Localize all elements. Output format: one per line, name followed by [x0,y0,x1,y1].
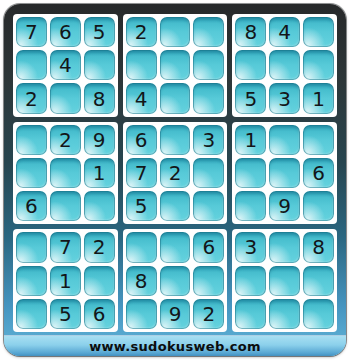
cell-r7c4[interactable] [126,232,157,262]
cell-r3c8: 3 [269,83,300,113]
cell-r2c7[interactable] [235,50,266,80]
cell-r2c1[interactable] [16,50,47,80]
cell-r6c2[interactable] [50,191,81,221]
cell-r1c1: 7 [16,17,47,47]
cell-r5c9: 6 [303,158,334,188]
cell-r1c8: 4 [269,17,300,47]
cell-r7c2: 7 [50,232,81,262]
cell-r7c7: 3 [235,232,266,262]
cell-r8c5[interactable] [160,266,191,296]
box-r2c1: 2916 [13,122,118,225]
cell-r5c8[interactable] [269,158,300,188]
box-r1c3: 84531 [232,14,337,117]
cell-r4c6: 3 [193,125,224,155]
cell-r3c5[interactable] [160,83,191,113]
cell-r5c4: 7 [126,158,157,188]
cell-r4c1[interactable] [16,125,47,155]
box-r1c2: 24 [123,14,228,117]
cell-r5c6[interactable] [193,158,224,188]
cell-r1c7: 8 [235,17,266,47]
cell-r2c8[interactable] [269,50,300,80]
cell-r3c6[interactable] [193,83,224,113]
footer-band: www.sudokusweb.com [4,335,346,356]
cell-r8c7[interactable] [235,266,266,296]
cell-r1c6[interactable] [193,17,224,47]
cell-r6c6[interactable] [193,191,224,221]
cell-r7c9: 8 [303,232,334,262]
cell-r4c8[interactable] [269,125,300,155]
cell-r4c7: 1 [235,125,266,155]
cell-r1c2: 6 [50,17,81,47]
cell-r8c4: 8 [126,266,157,296]
cell-r1c5[interactable] [160,17,191,47]
box-r3c1: 72156 [13,229,118,332]
cell-r6c4: 5 [126,191,157,221]
cell-r2c5[interactable] [160,50,191,80]
cell-r3c1: 2 [16,83,47,113]
cell-r6c5[interactable] [160,191,191,221]
cell-r2c2: 4 [50,50,81,80]
cell-r3c9: 1 [303,83,334,113]
cell-r9c4[interactable] [126,299,157,329]
site-url: www.sudokusweb.com [89,339,261,354]
box-r3c3: 38 [232,229,337,332]
cell-r5c2[interactable] [50,158,81,188]
cell-r6c3[interactable] [84,191,115,221]
box-r2c3: 169 [232,122,337,225]
cell-r8c9[interactable] [303,266,334,296]
cell-r7c5[interactable] [160,232,191,262]
cell-r9c1[interactable] [16,299,47,329]
cell-r7c8[interactable] [269,232,300,262]
cell-r8c6[interactable] [193,266,224,296]
cell-r5c3: 1 [84,158,115,188]
cell-r9c2: 5 [50,299,81,329]
cell-r4c2: 2 [50,125,81,155]
cell-r1c3: 5 [84,17,115,47]
cell-r7c6: 6 [193,232,224,262]
cell-r9c5: 9 [160,299,191,329]
cell-r5c1[interactable] [16,158,47,188]
cell-r3c7: 5 [235,83,266,113]
cell-r8c8[interactable] [269,266,300,296]
cell-r1c9[interactable] [303,17,334,47]
cell-r4c4: 6 [126,125,157,155]
cell-r1c4: 2 [126,17,157,47]
cell-r6c9[interactable] [303,191,334,221]
cell-r8c3[interactable] [84,266,115,296]
cell-r3c4: 4 [126,83,157,113]
sudoku-grid: 765428248453129166372516972156689238 [13,14,337,332]
cell-r7c3: 2 [84,232,115,262]
cell-r9c6: 2 [193,299,224,329]
cell-r3c3: 8 [84,83,115,113]
cell-r8c1[interactable] [16,266,47,296]
cell-r2c6[interactable] [193,50,224,80]
box-r2c2: 63725 [123,122,228,225]
cell-r3c2[interactable] [50,83,81,113]
cell-r4c5[interactable] [160,125,191,155]
cell-r2c3[interactable] [84,50,115,80]
cell-r2c4[interactable] [126,50,157,80]
cell-r9c3: 6 [84,299,115,329]
cell-r5c7[interactable] [235,158,266,188]
cell-r2c9[interactable] [303,50,334,80]
cell-r9c8[interactable] [269,299,300,329]
box-r3c2: 6892 [123,229,228,332]
cell-r4c3: 9 [84,125,115,155]
cell-r7c1[interactable] [16,232,47,262]
cell-r4c9[interactable] [303,125,334,155]
cell-r5c5: 2 [160,158,191,188]
cell-r6c8: 9 [269,191,300,221]
box-r1c1: 765428 [13,14,118,117]
cell-r6c7[interactable] [235,191,266,221]
cell-r8c2: 1 [50,266,81,296]
sudoku-board-frame: 765428248453129166372516972156689238 www… [4,4,346,356]
cell-r6c1: 6 [16,191,47,221]
cell-r9c7[interactable] [235,299,266,329]
cell-r9c9[interactable] [303,299,334,329]
